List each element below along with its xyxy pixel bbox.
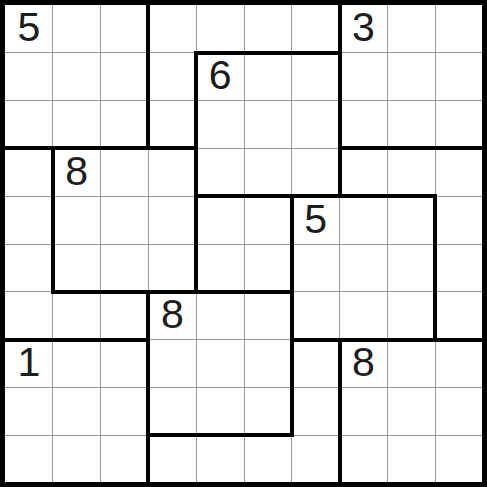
cell-r8c4[interactable] xyxy=(148,340,196,388)
puzzle-board: 53685818 xyxy=(0,0,487,487)
cell-r1c5[interactable] xyxy=(196,5,244,53)
cell-r4c6[interactable] xyxy=(244,148,292,196)
cell-r2c1[interactable] xyxy=(5,53,53,101)
cell-r7c6[interactable] xyxy=(244,292,292,340)
cell-r2c7[interactable] xyxy=(292,53,340,101)
cell-r5c9[interactable] xyxy=(387,196,435,244)
cell-r7c10[interactable] xyxy=(435,292,483,340)
cell-r8c5[interactable] xyxy=(196,340,244,388)
cell-r1c6[interactable] xyxy=(244,5,292,53)
cell-r10c4[interactable] xyxy=(148,435,196,483)
cell-r8c9[interactable] xyxy=(387,340,435,388)
cell-r5c2[interactable] xyxy=(53,196,101,244)
cell-r2c9[interactable] xyxy=(387,53,435,101)
cell-r3c8[interactable] xyxy=(340,101,388,149)
cell-r6c3[interactable] xyxy=(101,244,149,292)
cell-r2c4[interactable] xyxy=(148,53,196,101)
cell-r9c8[interactable] xyxy=(340,387,388,435)
cell-r5c1[interactable] xyxy=(5,196,53,244)
clue-number: 5 xyxy=(17,7,40,48)
cell-r1c2[interactable] xyxy=(53,5,101,53)
cell-r4c7[interactable] xyxy=(292,148,340,196)
cell-r5c5[interactable] xyxy=(196,196,244,244)
cell-r5c4[interactable] xyxy=(148,196,196,244)
cell-r3c2[interactable] xyxy=(53,101,101,149)
cell-r5c6[interactable] xyxy=(244,196,292,244)
cell-r6c10[interactable] xyxy=(435,244,483,292)
cell-r1c3[interactable] xyxy=(101,5,149,53)
cell-r8c6[interactable] xyxy=(244,340,292,388)
cell-r4c2[interactable]: 8 xyxy=(53,148,101,196)
cell-r7c5[interactable] xyxy=(196,292,244,340)
cell-r4c8[interactable] xyxy=(340,148,388,196)
cell-r9c10[interactable] xyxy=(435,387,483,435)
cell-r7c8[interactable] xyxy=(340,292,388,340)
cell-r7c9[interactable] xyxy=(387,292,435,340)
cell-r8c7[interactable] xyxy=(292,340,340,388)
cell-r4c4[interactable] xyxy=(148,148,196,196)
cell-r10c3[interactable] xyxy=(101,435,149,483)
cell-r5c10[interactable] xyxy=(435,196,483,244)
cell-r1c7[interactable] xyxy=(292,5,340,53)
clue-number: 8 xyxy=(65,151,88,192)
cell-r10c1[interactable] xyxy=(5,435,53,483)
cell-r6c5[interactable] xyxy=(196,244,244,292)
cell-r4c3[interactable] xyxy=(101,148,149,196)
cell-r4c5[interactable] xyxy=(196,148,244,196)
cell-r10c6[interactable] xyxy=(244,435,292,483)
cell-r2c10[interactable] xyxy=(435,53,483,101)
cell-r3c6[interactable] xyxy=(244,101,292,149)
cell-r10c9[interactable] xyxy=(387,435,435,483)
cell-r9c6[interactable] xyxy=(244,387,292,435)
cell-r2c3[interactable] xyxy=(101,53,149,101)
cell-r6c8[interactable] xyxy=(340,244,388,292)
cell-r5c7[interactable]: 5 xyxy=(292,196,340,244)
cell-r7c3[interactable] xyxy=(101,292,149,340)
cell-r9c3[interactable] xyxy=(101,387,149,435)
cell-r9c1[interactable] xyxy=(5,387,53,435)
cell-r1c10[interactable] xyxy=(435,5,483,53)
clue-number: 6 xyxy=(209,55,232,96)
cell-r2c8[interactable] xyxy=(340,53,388,101)
cell-r5c3[interactable] xyxy=(101,196,149,244)
cell-r9c2[interactable] xyxy=(53,387,101,435)
cell-r3c4[interactable] xyxy=(148,101,196,149)
cell-r1c4[interactable] xyxy=(148,5,196,53)
cell-r3c3[interactable] xyxy=(101,101,149,149)
cell-r3c7[interactable] xyxy=(292,101,340,149)
cell-r4c9[interactable] xyxy=(387,148,435,196)
cell-r4c10[interactable] xyxy=(435,148,483,196)
cell-r2c5[interactable]: 6 xyxy=(196,53,244,101)
cell-r9c9[interactable] xyxy=(387,387,435,435)
cell-r6c1[interactable] xyxy=(5,244,53,292)
cell-r9c4[interactable] xyxy=(148,387,196,435)
cell-r5c8[interactable] xyxy=(340,196,388,244)
cell-r4c1[interactable] xyxy=(5,148,53,196)
cell-r10c7[interactable] xyxy=(292,435,340,483)
cell-r1c9[interactable] xyxy=(387,5,435,53)
cell-r3c5[interactable] xyxy=(196,101,244,149)
clue-number: 8 xyxy=(352,342,375,383)
cell-r7c1[interactable] xyxy=(5,292,53,340)
cell-r2c2[interactable] xyxy=(53,53,101,101)
cell-r10c2[interactable] xyxy=(53,435,101,483)
cell-r10c8[interactable] xyxy=(340,435,388,483)
cell-r3c10[interactable] xyxy=(435,101,483,149)
cell-r3c9[interactable] xyxy=(387,101,435,149)
cell-r6c4[interactable] xyxy=(148,244,196,292)
cell-r6c6[interactable] xyxy=(244,244,292,292)
cell-r8c2[interactable] xyxy=(53,340,101,388)
cell-r1c8[interactable]: 3 xyxy=(340,5,388,53)
clue-number: 5 xyxy=(304,199,327,240)
cell-r10c10[interactable] xyxy=(435,435,483,483)
cell-r3c1[interactable] xyxy=(5,101,53,149)
cell-r1c1[interactable]: 5 xyxy=(5,5,53,53)
cell-r8c3[interactable] xyxy=(101,340,149,388)
cell-r7c7[interactable] xyxy=(292,292,340,340)
cell-r6c9[interactable] xyxy=(387,244,435,292)
cell-r6c2[interactable] xyxy=(53,244,101,292)
cell-r8c8[interactable]: 8 xyxy=(340,340,388,388)
clue-number: 3 xyxy=(352,7,375,48)
cell-r8c1[interactable]: 1 xyxy=(5,340,53,388)
clue-number: 8 xyxy=(161,294,184,335)
cell-r6c7[interactable] xyxy=(292,244,340,292)
cell-r9c7[interactable] xyxy=(292,387,340,435)
cell-r9c5[interactable] xyxy=(196,387,244,435)
clue-number: 1 xyxy=(17,342,40,383)
cell-r2c6[interactable] xyxy=(244,53,292,101)
cell-r7c2[interactable] xyxy=(53,292,101,340)
cell-r7c4[interactable]: 8 xyxy=(148,292,196,340)
cell-r10c5[interactable] xyxy=(196,435,244,483)
cell-r8c10[interactable] xyxy=(435,340,483,388)
